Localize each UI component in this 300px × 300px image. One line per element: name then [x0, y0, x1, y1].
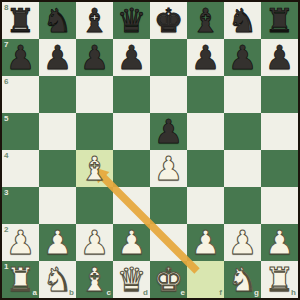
square-d2[interactable]: ♟ [113, 224, 150, 261]
square-e1[interactable]: e♚ [150, 261, 187, 298]
black-bishop-f8[interactable]: ♝ [187, 2, 224, 39]
black-knight-g8[interactable]: ♞ [224, 2, 261, 39]
rank-label-5: 5 [4, 115, 8, 123]
square-g1[interactable]: g♞ [224, 261, 261, 298]
square-f8[interactable]: ♝ [187, 2, 224, 39]
square-g3[interactable] [224, 187, 261, 224]
square-g6[interactable] [224, 76, 261, 113]
square-c3[interactable] [76, 187, 113, 224]
black-pawn-h7[interactable]: ♟ [261, 39, 298, 76]
black-pawn-a7[interactable]: ♟ [2, 39, 39, 76]
square-h4[interactable] [261, 150, 298, 187]
black-pawn-b7[interactable]: ♟ [39, 39, 76, 76]
square-h6[interactable] [261, 76, 298, 113]
black-pawn-c7[interactable]: ♟ [76, 39, 113, 76]
white-pawn-e4[interactable]: ♟ [150, 150, 187, 187]
square-g5[interactable] [224, 113, 261, 150]
rank-label-4: 4 [4, 152, 8, 160]
black-pawn-d7[interactable]: ♟ [113, 39, 150, 76]
square-b6[interactable] [39, 76, 76, 113]
square-h3[interactable] [261, 187, 298, 224]
white-pawn-a2[interactable]: ♟ [2, 224, 39, 261]
square-e4[interactable]: ♟ [150, 150, 187, 187]
square-d3[interactable] [113, 187, 150, 224]
black-pawn-g7[interactable]: ♟ [224, 39, 261, 76]
square-a7[interactable]: 7♟ [2, 39, 39, 76]
square-h2[interactable]: ♟ [261, 224, 298, 261]
white-pawn-f2[interactable]: ♟ [187, 224, 224, 261]
square-a4[interactable]: 4 [2, 150, 39, 187]
square-g2[interactable]: ♟ [224, 224, 261, 261]
square-b3[interactable] [39, 187, 76, 224]
white-rook-a1[interactable]: ♜ [2, 261, 39, 298]
black-rook-a8[interactable]: ♜ [2, 2, 39, 39]
chess-board: 8♜♞♝♛♚♝♞♜7♟♟♟♟♟♟♟65♟4♝♟32♟♟♟♟♟♟♟1a♜b♞c♝d… [0, 0, 300, 300]
square-g7[interactable]: ♟ [224, 39, 261, 76]
white-queen-d1[interactable]: ♛ [113, 261, 150, 298]
square-b5[interactable] [39, 113, 76, 150]
square-f3[interactable] [187, 187, 224, 224]
white-knight-g1[interactable]: ♞ [224, 261, 261, 298]
white-pawn-b2[interactable]: ♟ [39, 224, 76, 261]
square-c6[interactable] [76, 76, 113, 113]
white-king-e1[interactable]: ♚ [150, 261, 187, 298]
black-pawn-e5[interactable]: ♟ [150, 113, 187, 150]
black-bishop-c8[interactable]: ♝ [76, 2, 113, 39]
square-f6[interactable] [187, 76, 224, 113]
black-queen-d8[interactable]: ♛ [113, 2, 150, 39]
square-h8[interactable]: ♜ [261, 2, 298, 39]
rank-label-6: 6 [4, 78, 8, 86]
square-b4[interactable] [39, 150, 76, 187]
white-pawn-d2[interactable]: ♟ [113, 224, 150, 261]
square-d8[interactable]: ♛ [113, 2, 150, 39]
square-e3[interactable] [150, 187, 187, 224]
black-king-e8[interactable]: ♚ [150, 2, 187, 39]
white-rook-h1[interactable]: ♜ [261, 261, 298, 298]
square-h5[interactable] [261, 113, 298, 150]
square-h1[interactable]: h♜ [261, 261, 298, 298]
square-a5[interactable]: 5 [2, 113, 39, 150]
square-f5[interactable] [187, 113, 224, 150]
square-a8[interactable]: 8♜ [2, 2, 39, 39]
square-c1[interactable]: c♝ [76, 261, 113, 298]
square-b8[interactable]: ♞ [39, 2, 76, 39]
square-e5[interactable]: ♟ [150, 113, 187, 150]
black-pawn-f7[interactable]: ♟ [187, 39, 224, 76]
square-b2[interactable]: ♟ [39, 224, 76, 261]
square-a3[interactable]: 3 [2, 187, 39, 224]
square-a2[interactable]: 2♟ [2, 224, 39, 261]
white-pawn-c2[interactable]: ♟ [76, 224, 113, 261]
square-c2[interactable]: ♟ [76, 224, 113, 261]
white-knight-b1[interactable]: ♞ [39, 261, 76, 298]
square-d7[interactable]: ♟ [113, 39, 150, 76]
square-e8[interactable]: ♚ [150, 2, 187, 39]
square-d1[interactable]: d♛ [113, 261, 150, 298]
square-f1[interactable]: f [187, 261, 224, 298]
square-c4[interactable]: ♝ [76, 150, 113, 187]
white-bishop-c1[interactable]: ♝ [76, 261, 113, 298]
square-g8[interactable]: ♞ [224, 2, 261, 39]
white-pawn-h2[interactable]: ♟ [261, 224, 298, 261]
file-label-f: f [219, 289, 222, 297]
white-pawn-g2[interactable]: ♟ [224, 224, 261, 261]
square-c7[interactable]: ♟ [76, 39, 113, 76]
square-e7[interactable] [150, 39, 187, 76]
square-b1[interactable]: b♞ [39, 261, 76, 298]
white-bishop-c4[interactable]: ♝ [76, 150, 113, 187]
square-f2[interactable]: ♟ [187, 224, 224, 261]
rank-label-3: 3 [4, 189, 8, 197]
square-e2[interactable] [150, 224, 187, 261]
black-knight-b8[interactable]: ♞ [39, 2, 76, 39]
square-a6[interactable]: 6 [2, 76, 39, 113]
square-d4[interactable] [113, 150, 150, 187]
square-f4[interactable] [187, 150, 224, 187]
square-d5[interactable] [113, 113, 150, 150]
square-f7[interactable]: ♟ [187, 39, 224, 76]
square-h7[interactable]: ♟ [261, 39, 298, 76]
square-d6[interactable] [113, 76, 150, 113]
square-b7[interactable]: ♟ [39, 39, 76, 76]
square-a1[interactable]: 1a♜ [2, 261, 39, 298]
square-c8[interactable]: ♝ [76, 2, 113, 39]
square-c5[interactable] [76, 113, 113, 150]
black-rook-h8[interactable]: ♜ [261, 2, 298, 39]
square-g4[interactable] [224, 150, 261, 187]
square-e6[interactable] [150, 76, 187, 113]
